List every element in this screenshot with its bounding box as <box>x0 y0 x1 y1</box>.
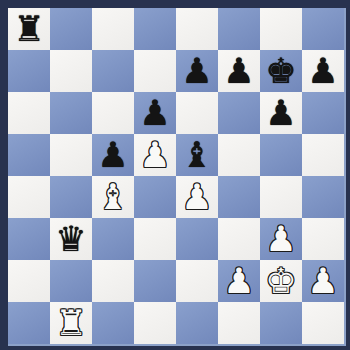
square-h8[interactable] <box>302 8 344 50</box>
square-e6[interactable] <box>176 92 218 134</box>
square-g7[interactable]: ♚ <box>260 50 302 92</box>
square-e7[interactable]: ♟ <box>176 50 218 92</box>
square-a1[interactable] <box>8 302 50 344</box>
white-bishop: ♝ <box>97 176 128 218</box>
square-e1[interactable] <box>176 302 218 344</box>
white-pawn: ♟ <box>181 176 212 218</box>
black-rook: ♜ <box>13 8 44 50</box>
square-e5[interactable]: ♝ <box>176 134 218 176</box>
square-e2[interactable] <box>176 260 218 302</box>
square-a4[interactable] <box>8 176 50 218</box>
white-rook: ♜ <box>55 302 86 344</box>
square-b2[interactable] <box>50 260 92 302</box>
white-king: ♚ <box>265 260 296 302</box>
black-pawn: ♟ <box>181 50 212 92</box>
square-d5[interactable]: ♟ <box>134 134 176 176</box>
black-pawn: ♟ <box>307 50 338 92</box>
square-g5[interactable] <box>260 134 302 176</box>
square-a8[interactable]: ♜ <box>8 8 50 50</box>
black-bishop: ♝ <box>181 134 212 176</box>
white-pawn: ♟ <box>265 218 296 260</box>
square-d6[interactable]: ♟ <box>134 92 176 134</box>
square-h3[interactable] <box>302 218 344 260</box>
square-f4[interactable] <box>218 176 260 218</box>
black-pawn: ♟ <box>139 92 170 134</box>
square-a3[interactable] <box>8 218 50 260</box>
square-d7[interactable] <box>134 50 176 92</box>
square-g2[interactable]: ♚ <box>260 260 302 302</box>
square-d1[interactable] <box>134 302 176 344</box>
square-g6[interactable]: ♟ <box>260 92 302 134</box>
square-c7[interactable] <box>92 50 134 92</box>
square-f2[interactable]: ♟ <box>218 260 260 302</box>
square-c2[interactable] <box>92 260 134 302</box>
square-g3[interactable]: ♟ <box>260 218 302 260</box>
square-b1[interactable]: ♜ <box>50 302 92 344</box>
square-b5[interactable] <box>50 134 92 176</box>
square-f5[interactable] <box>218 134 260 176</box>
square-b4[interactable] <box>50 176 92 218</box>
black-pawn: ♟ <box>265 92 296 134</box>
black-king: ♚ <box>265 50 296 92</box>
square-f6[interactable] <box>218 92 260 134</box>
square-c4[interactable]: ♝ <box>92 176 134 218</box>
square-e4[interactable]: ♟ <box>176 176 218 218</box>
square-f3[interactable] <box>218 218 260 260</box>
square-c5[interactable]: ♟ <box>92 134 134 176</box>
square-e3[interactable] <box>176 218 218 260</box>
square-c1[interactable] <box>92 302 134 344</box>
square-c6[interactable] <box>92 92 134 134</box>
square-g1[interactable] <box>260 302 302 344</box>
black-pawn: ♟ <box>223 50 254 92</box>
square-h5[interactable] <box>302 134 344 176</box>
square-d4[interactable] <box>134 176 176 218</box>
square-d3[interactable] <box>134 218 176 260</box>
black-queen: ♛ <box>55 218 86 260</box>
square-d2[interactable] <box>134 260 176 302</box>
square-f8[interactable] <box>218 8 260 50</box>
square-a2[interactable] <box>8 260 50 302</box>
square-c8[interactable] <box>92 8 134 50</box>
square-a6[interactable] <box>8 92 50 134</box>
square-g8[interactable] <box>260 8 302 50</box>
square-f7[interactable]: ♟ <box>218 50 260 92</box>
square-b7[interactable] <box>50 50 92 92</box>
square-f1[interactable] <box>218 302 260 344</box>
square-h4[interactable] <box>302 176 344 218</box>
square-e8[interactable] <box>176 8 218 50</box>
square-a5[interactable] <box>8 134 50 176</box>
white-pawn: ♟ <box>139 134 170 176</box>
square-h1[interactable] <box>302 302 344 344</box>
square-c3[interactable] <box>92 218 134 260</box>
square-d8[interactable] <box>134 8 176 50</box>
square-a7[interactable] <box>8 50 50 92</box>
board-frame: ♜♟♟♚♟♟♟♟♟♝♝♟♛♟♟♚♟♜ <box>8 8 346 346</box>
square-b8[interactable] <box>50 8 92 50</box>
square-h7[interactable]: ♟ <box>302 50 344 92</box>
square-h2[interactable]: ♟ <box>302 260 344 302</box>
white-pawn: ♟ <box>223 260 254 302</box>
chess-board: ♜♟♟♚♟♟♟♟♟♝♝♟♛♟♟♚♟♜ <box>8 8 344 344</box>
white-pawn: ♟ <box>307 260 338 302</box>
square-b6[interactable] <box>50 92 92 134</box>
square-h6[interactable] <box>302 92 344 134</box>
black-pawn: ♟ <box>97 134 128 176</box>
square-b3[interactable]: ♛ <box>50 218 92 260</box>
square-g4[interactable] <box>260 176 302 218</box>
